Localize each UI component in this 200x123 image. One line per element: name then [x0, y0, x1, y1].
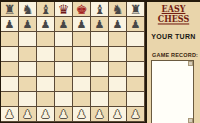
square-a5[interactable]	[1, 47, 19, 62]
square-h8[interactable]: ♜	[127, 2, 145, 17]
square-d4[interactable]	[55, 62, 73, 77]
square-b6[interactable]	[19, 32, 37, 47]
square-d1[interactable]: ♟	[55, 107, 73, 122]
square-d3[interactable]	[55, 77, 73, 92]
square-e7[interactable]: ♟	[73, 17, 91, 32]
game-record-label: GAME RECORD:	[152, 52, 200, 58]
square-g4[interactable]	[109, 62, 127, 77]
square-b8[interactable]: ♞	[19, 2, 37, 17]
black-rook: ♜	[130, 3, 142, 16]
black-king: ♚	[76, 3, 88, 16]
white-pawn: ♟	[113, 109, 123, 121]
square-c5[interactable]	[37, 47, 55, 62]
square-h6[interactable]	[127, 32, 145, 47]
square-f1[interactable]: ♟	[91, 107, 109, 122]
black-queen: ♛	[58, 3, 70, 16]
square-g2[interactable]	[109, 92, 127, 107]
square-f4[interactable]	[91, 62, 109, 77]
square-d2[interactable]	[55, 92, 73, 107]
black-knight: ♞	[22, 3, 34, 16]
white-pawn: ♟	[41, 109, 51, 121]
square-b1[interactable]: ♟	[19, 107, 37, 122]
square-e1[interactable]: ♟	[73, 107, 91, 122]
square-c7[interactable]: ♟	[37, 17, 55, 32]
square-d7[interactable]: ♟	[55, 17, 73, 32]
square-f5[interactable]	[91, 47, 109, 62]
turn-status-text: YOUR TURN	[147, 33, 200, 40]
square-e2[interactable]	[73, 92, 91, 107]
square-f2[interactable]	[91, 92, 109, 107]
white-pawn: ♟	[59, 109, 69, 121]
square-c6[interactable]	[37, 32, 55, 47]
square-f3[interactable]	[91, 77, 109, 92]
square-d8[interactable]: ♛	[55, 2, 73, 17]
white-pawn: ♟	[77, 109, 87, 121]
scrollbar-up-arrow-icon[interactable]	[188, 61, 193, 66]
black-pawn: ♟	[131, 19, 141, 31]
square-g3[interactable]	[109, 77, 127, 92]
black-knight: ♞	[112, 3, 124, 16]
square-g6[interactable]	[109, 32, 127, 47]
sidebar-panel: EASY CHESS YOUR TURN GAME RECORD: UNDO	[147, 2, 200, 123]
square-a6[interactable]	[1, 32, 19, 47]
square-g7[interactable]: ♟	[109, 17, 127, 32]
square-h2[interactable]	[127, 92, 145, 107]
square-g1[interactable]: ♟	[109, 107, 127, 122]
square-c8[interactable]: ♝	[37, 2, 55, 17]
square-e3[interactable]	[73, 77, 91, 92]
game-title: EASY CHESS	[147, 4, 200, 25]
square-f8[interactable]: ♝	[91, 2, 109, 17]
square-a8[interactable]: ♜	[1, 2, 19, 17]
square-h4[interactable]	[127, 62, 145, 77]
square-b2[interactable]	[19, 92, 37, 107]
black-bishop: ♝	[40, 3, 52, 16]
square-f7[interactable]: ♟	[91, 17, 109, 32]
square-c1[interactable]: ♟	[37, 107, 55, 122]
square-b5[interactable]	[19, 47, 37, 62]
square-e6[interactable]	[73, 32, 91, 47]
square-a4[interactable]	[1, 62, 19, 77]
black-rook: ♜	[4, 3, 16, 16]
square-g8[interactable]: ♞	[109, 2, 127, 17]
square-g5[interactable]	[109, 47, 127, 62]
black-pawn: ♟	[23, 19, 33, 31]
black-pawn: ♟	[5, 19, 15, 31]
square-e5[interactable]	[73, 47, 91, 62]
black-pawn: ♟	[59, 19, 69, 31]
black-pawn: ♟	[113, 19, 123, 31]
square-b4[interactable]	[19, 62, 37, 77]
square-f6[interactable]	[91, 32, 109, 47]
square-b7[interactable]: ♟	[19, 17, 37, 32]
scrollbar-down-arrow-icon[interactable]	[188, 118, 193, 123]
black-pawn: ♟	[95, 19, 105, 31]
square-c4[interactable]	[37, 62, 55, 77]
square-h7[interactable]: ♟	[127, 17, 145, 32]
white-pawn: ♟	[95, 109, 105, 121]
game-record-box[interactable]	[151, 60, 194, 123]
black-pawn: ♟	[41, 19, 51, 31]
easy-chess-window: ♜♞♝♛♚♝♞♜♟♟♟♟♟♟♟♟♟♟♟♟♟♟♟♟ EASY CHESS YOUR…	[0, 0, 200, 123]
square-h1[interactable]: ♟	[127, 107, 145, 122]
white-pawn: ♟	[5, 109, 15, 121]
chess-board: ♜♞♝♛♚♝♞♜♟♟♟♟♟♟♟♟♟♟♟♟♟♟♟♟	[0, 2, 147, 123]
square-h3[interactable]	[127, 77, 145, 92]
black-pawn: ♟	[77, 19, 87, 31]
square-a3[interactable]	[1, 77, 19, 92]
square-e8[interactable]: ♚	[73, 2, 91, 17]
square-c2[interactable]	[37, 92, 55, 107]
square-e4[interactable]	[73, 62, 91, 77]
square-d5[interactable]	[55, 47, 73, 62]
square-h5[interactable]	[127, 47, 145, 62]
square-c3[interactable]	[37, 77, 55, 92]
white-pawn: ♟	[23, 109, 33, 121]
square-a7[interactable]: ♟	[1, 17, 19, 32]
white-pawn: ♟	[131, 109, 141, 121]
square-a2[interactable]	[1, 92, 19, 107]
square-a1[interactable]: ♟	[1, 107, 19, 122]
square-b3[interactable]	[19, 77, 37, 92]
square-d6[interactable]	[55, 32, 73, 47]
black-bishop: ♝	[94, 3, 106, 16]
